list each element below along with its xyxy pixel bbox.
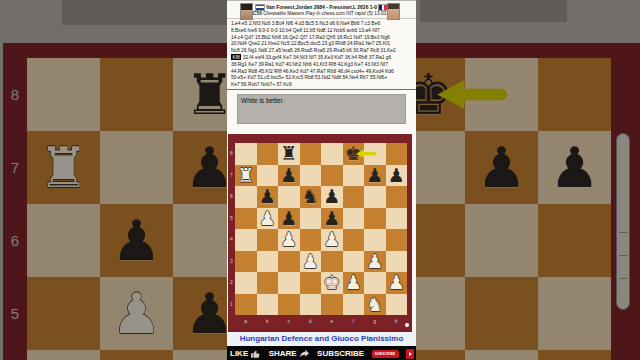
square-b5[interactable]: ♟ xyxy=(257,208,279,230)
square-b3[interactable] xyxy=(257,251,279,273)
file-label-c: c xyxy=(278,315,300,328)
video-frame: 87654321 ♜♚♜♟♟♟♟♞♟♟♟♟♟♟♟♟♚♟♟♞ Van Forees… xyxy=(0,0,640,360)
square-d6[interactable]: ♞ xyxy=(300,186,322,208)
square-f5[interactable] xyxy=(343,208,365,230)
square-f8[interactable]: ♚ xyxy=(343,143,365,165)
white-rook: ♜ xyxy=(235,165,257,187)
side-to-move-indicator xyxy=(405,323,409,327)
move-line[interactable]: 8.Bxe6 fxe6 9.0-0 0-0 10.b4 Qe8 11.b5 Nd… xyxy=(231,27,412,34)
move-line[interactable]: 50.e5+ Kd7 51.c5 bxc5+ 52.Kxc5 Rb8 53.Nd… xyxy=(231,74,412,81)
square-e4[interactable]: ♟ xyxy=(321,229,343,251)
rank-label-3: 3 xyxy=(228,251,235,273)
black-pawn: ♟ xyxy=(364,165,386,187)
youtube-icon[interactable] xyxy=(406,349,414,359)
france-flag-icon xyxy=(379,5,387,10)
black-pawn: ♟ xyxy=(278,208,300,230)
rank-label-1: 1 xyxy=(228,294,235,316)
square-e3[interactable] xyxy=(321,251,343,273)
notation-divider xyxy=(227,89,416,90)
file-label-a: a xyxy=(235,315,257,328)
square-e6[interactable]: ♟ xyxy=(321,186,343,208)
square-h8[interactable] xyxy=(386,143,408,165)
square-a5[interactable] xyxy=(235,208,257,230)
square-c7[interactable]: ♟ xyxy=(278,165,300,187)
square-h4[interactable] xyxy=(386,229,408,251)
square-f1[interactable] xyxy=(343,294,365,316)
square-h3[interactable] xyxy=(386,251,408,273)
move-line[interactable]: Ke7 56.Rxb7 Nxb7+ 57.Kc6 xyxy=(231,81,412,88)
square-h6[interactable] xyxy=(386,186,408,208)
action-bar: LIKE SHARE SUBSCRIBE SUBSCRIBE xyxy=(227,346,416,360)
square-a3[interactable] xyxy=(235,251,257,273)
square-d1[interactable] xyxy=(300,294,322,316)
like-button[interactable]: LIKE xyxy=(230,349,261,359)
subscribe-button[interactable]: SUBSCRIBE xyxy=(372,350,399,358)
square-g2[interactable] xyxy=(364,272,386,294)
file-label-f: f xyxy=(343,315,365,328)
square-b4[interactable] xyxy=(257,229,279,251)
square-b8[interactable] xyxy=(257,143,279,165)
black-pawn: ♟ xyxy=(386,165,408,187)
square-b1[interactable] xyxy=(257,294,279,316)
square-g6[interactable] xyxy=(364,186,386,208)
square-e8[interactable] xyxy=(321,143,343,165)
subscribe-label: SUBSCRIBE xyxy=(317,349,364,358)
analysis-panel: Van Foreest,Jorden 2684 - Fressinet,L 26… xyxy=(227,0,416,360)
rank-label-6: 6 xyxy=(228,186,235,208)
square-g1[interactable]: ♞ xyxy=(364,294,386,316)
thumbs-up-icon xyxy=(250,349,261,359)
white-pawn: ♟ xyxy=(343,272,365,294)
square-a1[interactable] xyxy=(235,294,257,316)
black-knight: ♞ xyxy=(300,186,322,208)
rank-label-7: 7 xyxy=(228,165,235,187)
square-h5[interactable] xyxy=(386,208,408,230)
white-pawn: ♟ xyxy=(321,229,343,251)
square-d7[interactable] xyxy=(300,165,322,187)
chess-board: 87654321 ♜♚♜♟♟♟♟♞♟♟♟♟♟♟♟♟♚♟♟♞ abcdefgh xyxy=(228,134,412,332)
file-label-d: d xyxy=(300,315,322,328)
square-a2[interactable] xyxy=(235,272,257,294)
share-button[interactable]: SHARE xyxy=(269,349,310,358)
square-e7[interactable] xyxy=(321,165,343,187)
share-arrow-icon xyxy=(299,349,310,358)
white-player-photo xyxy=(240,3,253,20)
move-line[interactable]: 44.Ra3 Rd8 45.Kf2 Rf8 46.Ke3 Kd7 47.Ra7 … xyxy=(231,68,412,75)
file-label-b: b xyxy=(257,315,279,328)
black-pawn: ♟ xyxy=(321,186,343,208)
square-f6[interactable] xyxy=(343,186,365,208)
white-pawn: ♟ xyxy=(364,251,386,273)
square-c8[interactable]: ♜ xyxy=(278,143,300,165)
square-c1[interactable] xyxy=(278,294,300,316)
white-pawn: ♟ xyxy=(257,208,279,230)
move-list: 1.e4 e5 2.Nf3 Nc6 3.Bc4 Nf6 4.d3 Bc5 5.N… xyxy=(231,20,412,88)
square-e2[interactable]: ♚ xyxy=(321,272,343,294)
file-label-g: g xyxy=(364,315,386,328)
square-g4[interactable] xyxy=(364,229,386,251)
event-text: Chessable Masters Play-In chess.com INT … xyxy=(263,11,398,16)
square-g8[interactable] xyxy=(364,143,386,165)
rank-label-2: 2 xyxy=(228,272,235,294)
square-f4[interactable] xyxy=(343,229,365,251)
black-player-photo xyxy=(387,3,400,20)
game-header: Van Foreest,Jorden 2684 - Fressinet,L 26… xyxy=(255,4,388,10)
white-pawn: ♟ xyxy=(278,229,300,251)
white-king: ♚ xyxy=(321,272,343,294)
rank-label-8: 8 xyxy=(228,143,235,165)
move-line[interactable]: 20.Nd4 Qxe2 21.Nxe2 Nc5 22.Bxc5 dxc5 23.… xyxy=(231,40,412,47)
like-label: LIKE xyxy=(230,349,248,358)
evaluation-text: White is better. xyxy=(241,97,284,104)
netherlands-flag-icon xyxy=(256,5,264,10)
file-label-e: e xyxy=(321,315,343,328)
square-f2[interactable]: ♟ xyxy=(343,272,365,294)
square-c5[interactable]: ♟ xyxy=(278,208,300,230)
square-f7[interactable] xyxy=(343,165,365,187)
move-line[interactable]: 14.c4 Qd7 15.Bb2 Nh8 16.Qe2 Qf7 17.Ra3 Q… xyxy=(231,34,412,41)
file-label-h: h xyxy=(386,315,408,328)
square-b6[interactable]: ♟ xyxy=(257,186,279,208)
opening-banner: Hungarian Defence and Giuoco Pianissimo xyxy=(227,332,416,346)
square-g7[interactable]: ♟ xyxy=(364,165,386,187)
square-b7[interactable] xyxy=(257,165,279,187)
square-a6[interactable] xyxy=(235,186,257,208)
square-h7[interactable]: ♟ xyxy=(386,165,408,187)
white-knight: ♞ xyxy=(364,294,386,316)
square-g5[interactable] xyxy=(364,208,386,230)
move-line[interactable]: 1.e4 e5 2.Nf3 Nc6 3.Bc4 Nf6 4.d3 Bc5 5.N… xyxy=(231,20,412,27)
rank-label-4: 4 xyxy=(228,229,235,251)
square-a8[interactable] xyxy=(235,143,257,165)
rank-label-5: 5 xyxy=(228,208,235,230)
square-c2[interactable] xyxy=(278,272,300,294)
move-line[interactable]: Nc8 26.Ng1 Nd6 27.a5 bxa5 28.Rxa5 Rxa5 2… xyxy=(231,47,412,54)
current-move[interactable]: Kf8 xyxy=(231,54,241,60)
share-label: SHARE xyxy=(269,349,297,358)
move-line[interactable]: 38.Rg1 Ke7 39.Ra1 Kd7 40.Nh2 Nh6 41.Kf3 … xyxy=(231,61,412,68)
players-line: Van Foreest,Jorden 2684 - Fressinet,L 26… xyxy=(266,4,377,10)
move-line[interactable]: Kf8 32.f4 exf4 33.gxf4 Ke7 34.Nf3 Nf7 35… xyxy=(231,54,412,61)
white-pawn: ♟ xyxy=(386,272,408,294)
square-d4[interactable] xyxy=(300,229,322,251)
square-c4[interactable]: ♟ xyxy=(278,229,300,251)
square-b2[interactable] xyxy=(257,272,279,294)
square-a4[interactable] xyxy=(235,229,257,251)
white-pawn: ♟ xyxy=(300,251,322,273)
square-f3[interactable] xyxy=(343,251,365,273)
square-a7[interactable]: ♜ xyxy=(235,165,257,187)
black-pawn: ♟ xyxy=(321,208,343,230)
event-line: C50 Chessable Masters Play-In chess.com … xyxy=(253,11,390,16)
black-king: ♚ xyxy=(343,143,365,165)
square-c6[interactable] xyxy=(278,186,300,208)
square-d2[interactable] xyxy=(300,272,322,294)
square-e5[interactable]: ♟ xyxy=(321,208,343,230)
square-c3[interactable] xyxy=(278,251,300,273)
scrollbar[interactable] xyxy=(616,133,630,310)
square-h2[interactable]: ♟ xyxy=(386,272,408,294)
square-e1[interactable] xyxy=(321,294,343,316)
square-d8[interactable] xyxy=(300,143,322,165)
black-pawn: ♟ xyxy=(257,186,279,208)
black-pawn: ♟ xyxy=(278,165,300,187)
square-d3[interactable]: ♟ xyxy=(300,251,322,273)
square-g3[interactable]: ♟ xyxy=(364,251,386,273)
evaluation-box: White is better. xyxy=(237,94,406,124)
black-rook: ♜ xyxy=(278,143,300,165)
eco-code: C50 xyxy=(253,11,262,16)
square-h1[interactable] xyxy=(386,294,408,316)
square-d5[interactable] xyxy=(300,208,322,230)
